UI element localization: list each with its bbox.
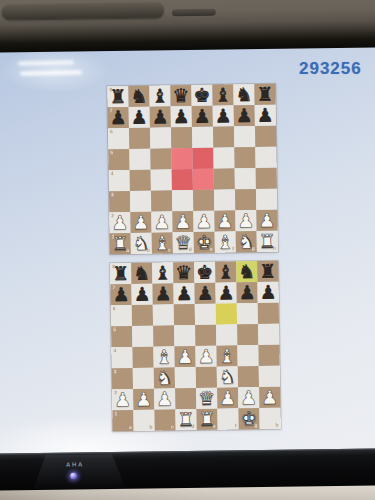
square-a3[interactable]: 3 <box>109 191 130 212</box>
square-c4[interactable]: ♝ <box>153 346 174 367</box>
rank-label-7: 7 <box>110 108 113 113</box>
rank-label-2: 2 <box>114 390 117 395</box>
square-c6[interactable] <box>153 304 174 325</box>
white-pawn[interactable]: ♟ <box>174 212 191 231</box>
square-g8[interactable]: ♞ <box>233 84 254 105</box>
rank-label-1: 1 <box>114 411 117 416</box>
square-h3[interactable] <box>259 366 280 387</box>
white-pawn[interactable]: ♟ <box>135 390 152 409</box>
square-c2[interactable]: ♟ <box>151 211 172 232</box>
black-pawn[interactable]: ♟ <box>173 107 190 126</box>
square-f5[interactable] <box>216 324 237 345</box>
black-knight[interactable]: ♞ <box>133 264 150 283</box>
square-d3[interactable] <box>175 367 196 388</box>
black-rook[interactable]: ♜ <box>256 85 273 104</box>
square-g6[interactable] <box>234 126 255 147</box>
white-pawn[interactable]: ♟ <box>153 212 170 231</box>
square-d7[interactable]: ♟ <box>171 106 192 127</box>
square-e7[interactable]: ♟ <box>194 283 215 304</box>
square-d8[interactable]: ♛ <box>170 85 191 106</box>
square-a1[interactable]: 1a <box>112 410 133 431</box>
square-g4[interactable] <box>237 345 258 366</box>
square-e5[interactable] <box>192 148 213 169</box>
black-bishop[interactable]: ♝ <box>151 86 168 105</box>
wall-rail-segment <box>172 9 216 17</box>
square-b7[interactable]: ♟ <box>129 107 150 128</box>
square-b1[interactable]: b♞ <box>131 233 152 254</box>
square-a8[interactable]: 8♜ <box>110 263 131 284</box>
square-b6[interactable] <box>129 128 150 149</box>
file-label-e: e <box>210 247 213 252</box>
square-d8[interactable]: ♛ <box>173 262 194 283</box>
black-pawn[interactable]: ♟ <box>152 107 169 126</box>
square-e2[interactable]: ♟ <box>193 211 214 232</box>
square-f6[interactable] <box>216 303 237 324</box>
black-pawn[interactable]: ♟ <box>196 284 213 303</box>
chessboard-bottom: 8♜♞♝♛♚♝♞♜7♟♟♟♟♟♟♟♟654♝♟♟♝3♞♞2♟♟♟♛♟♟♟1abc… <box>110 261 281 432</box>
square-g3[interactable] <box>238 366 259 387</box>
square-a2[interactable]: 2♟ <box>112 389 133 410</box>
square-e6[interactable] <box>192 127 213 148</box>
black-knight[interactable]: ♞ <box>235 85 252 104</box>
white-pawn[interactable]: ♟ <box>195 212 212 231</box>
square-d1[interactable]: d♜ <box>175 409 196 430</box>
white-pawn[interactable]: ♟ <box>219 388 236 407</box>
white-queen[interactable]: ♛ <box>198 389 215 408</box>
square-a2[interactable]: 2♟ <box>109 212 130 233</box>
square-e5[interactable] <box>195 325 216 346</box>
square-d3[interactable] <box>172 190 193 211</box>
square-h8[interactable]: ♜ <box>257 261 278 282</box>
square-d1[interactable]: d♛ <box>173 232 194 253</box>
square-b2[interactable]: ♟ <box>130 212 151 233</box>
square-b3[interactable] <box>133 368 154 389</box>
square-a6[interactable]: 6 <box>108 128 129 149</box>
square-h2[interactable]: ♟ <box>256 210 277 231</box>
square-c7[interactable]: ♟ <box>150 106 171 127</box>
session-code: 293256 <box>299 59 362 79</box>
rank-label-8: 8 <box>112 264 115 269</box>
rank-label-3: 3 <box>114 369 117 374</box>
square-h5[interactable] <box>258 324 279 345</box>
rank-label-3: 3 <box>111 192 114 197</box>
square-a1[interactable]: 1a♜ <box>110 233 131 254</box>
white-pawn[interactable]: ♟ <box>197 347 214 366</box>
square-e2[interactable]: ♛ <box>196 388 217 409</box>
top-wall-band <box>0 0 375 53</box>
square-b4[interactable] <box>132 347 153 368</box>
black-pawn[interactable]: ♟ <box>154 284 171 303</box>
square-a6[interactable]: 6 <box>111 305 132 326</box>
white-pawn[interactable]: ♟ <box>216 211 233 230</box>
file-label-d: d <box>192 424 195 429</box>
square-c8[interactable]: ♝ <box>152 262 173 283</box>
square-c4[interactable] <box>151 169 172 190</box>
black-pawn[interactable]: ♟ <box>215 106 232 125</box>
square-h4[interactable] <box>258 345 279 366</box>
square-c1[interactable]: c♝ <box>152 232 173 253</box>
square-f3[interactable] <box>214 189 235 210</box>
square-b5[interactable] <box>129 149 150 170</box>
rank-label-4: 4 <box>111 171 114 176</box>
square-e6[interactable] <box>195 304 216 325</box>
file-label-h: h <box>273 246 276 251</box>
black-queen[interactable]: ♛ <box>175 263 192 282</box>
square-g3[interactable] <box>235 189 256 210</box>
rank-label-6: 6 <box>113 306 116 311</box>
square-c6[interactable] <box>150 127 171 148</box>
square-f2[interactable]: ♟ <box>214 210 235 231</box>
square-d4[interactable] <box>172 169 193 190</box>
black-pawn[interactable]: ♟ <box>238 283 255 302</box>
black-pawn[interactable]: ♟ <box>259 283 276 302</box>
white-pawn[interactable]: ♟ <box>261 388 278 407</box>
square-g2[interactable]: ♟ <box>238 387 259 408</box>
square-a4[interactable]: 4 <box>111 347 132 368</box>
square-g1[interactable]: g♞ <box>236 231 257 252</box>
square-b7[interactable]: ♟ <box>131 284 152 305</box>
square-g5[interactable] <box>237 324 258 345</box>
chessboards-container: 8♜♞♝♛♚♝♞♜7♟♟♟♟♟♟♟♟65432♟♟♟♟♟♟♟♟1a♜b♞c♝d♛… <box>107 84 280 432</box>
square-f1[interactable]: f <box>217 408 238 429</box>
square-b6[interactable] <box>132 305 153 326</box>
square-h4[interactable] <box>256 168 277 189</box>
square-d6[interactable] <box>171 127 192 148</box>
square-d5[interactable] <box>171 148 192 169</box>
rank-label-8: 8 <box>109 87 112 92</box>
black-pawn[interactable]: ♟ <box>175 284 192 303</box>
square-c8[interactable]: ♝ <box>149 85 170 106</box>
square-c5[interactable] <box>153 325 174 346</box>
white-pawn[interactable]: ♟ <box>237 211 254 230</box>
black-rook[interactable]: ♜ <box>259 262 276 281</box>
square-c2[interactable]: ♟ <box>154 388 175 409</box>
square-g8[interactable]: ♞ <box>236 261 257 282</box>
square-f4[interactable] <box>214 168 235 189</box>
square-e8[interactable]: ♚ <box>191 85 212 106</box>
square-a7[interactable]: 7♟ <box>110 284 131 305</box>
square-b8[interactable]: ♞ <box>131 263 152 284</box>
file-label-h: h <box>276 423 279 428</box>
square-h8[interactable]: ♜ <box>254 84 275 105</box>
square-b1[interactable]: b <box>133 410 154 431</box>
file-label-e: e <box>213 424 216 429</box>
square-f7[interactable]: ♟ <box>213 105 234 126</box>
square-g7[interactable]: ♟ <box>234 105 255 126</box>
rank-label-7: 7 <box>112 285 115 290</box>
square-h5[interactable] <box>255 147 276 168</box>
black-pawn[interactable]: ♟ <box>217 283 234 302</box>
black-queen[interactable]: ♛ <box>172 86 189 105</box>
black-pawn[interactable]: ♟ <box>194 107 211 126</box>
square-b4[interactable] <box>130 170 151 191</box>
square-h2[interactable]: ♟ <box>259 387 280 408</box>
square-d2[interactable] <box>175 388 196 409</box>
square-c7[interactable]: ♟ <box>152 283 173 304</box>
white-knight[interactable]: ♞ <box>156 368 173 387</box>
square-f2[interactable]: ♟ <box>217 387 238 408</box>
square-d6[interactable] <box>174 304 195 325</box>
square-b8[interactable]: ♞ <box>128 86 149 107</box>
rank-label-5: 5 <box>113 327 116 332</box>
square-f7[interactable]: ♟ <box>215 282 236 303</box>
black-pawn[interactable]: ♟ <box>236 106 253 125</box>
rank-label-2: 2 <box>111 213 114 218</box>
square-f8[interactable]: ♝ <box>212 84 233 105</box>
square-g2[interactable]: ♟ <box>235 210 256 231</box>
square-b5[interactable] <box>132 326 153 347</box>
square-f5[interactable] <box>213 147 234 168</box>
black-bishop[interactable]: ♝ <box>154 263 171 282</box>
wall-rail <box>2 2 164 19</box>
square-h1[interactable]: h♜ <box>257 231 278 252</box>
power-led-light <box>70 473 77 480</box>
square-f1[interactable]: f♝ <box>215 231 236 252</box>
black-king[interactable]: ♚ <box>193 86 210 105</box>
square-e1[interactable]: e♚ <box>194 232 215 253</box>
file-label-c: c <box>171 424 174 429</box>
square-e3[interactable] <box>196 367 217 388</box>
white-bishop[interactable]: ♝ <box>218 346 235 365</box>
rank-label-6: 6 <box>110 129 113 134</box>
white-pawn[interactable]: ♟ <box>156 389 173 408</box>
file-label-a: a <box>126 248 129 253</box>
square-a5[interactable]: 5 <box>108 149 129 170</box>
square-d4[interactable]: ♟ <box>174 346 195 367</box>
square-h7[interactable]: ♟ <box>255 105 276 126</box>
white-pawn[interactable]: ♟ <box>176 347 193 366</box>
black-bishop[interactable]: ♝ <box>217 262 234 281</box>
panel-photo: 293256 8♜♞♝♛♚♝♞♜7♟♟♟♟♟♟♟♟65432♟♟♟♟♟♟♟♟1a… <box>0 0 375 500</box>
square-h7[interactable]: ♟ <box>257 282 278 303</box>
square-a5[interactable]: 5 <box>111 326 132 347</box>
speaker-notch <box>33 454 125 489</box>
square-g7[interactable]: ♟ <box>236 282 257 303</box>
rank-label-4: 4 <box>113 348 116 353</box>
black-pawn[interactable]: ♟ <box>257 106 274 125</box>
black-knight[interactable]: ♞ <box>238 262 255 281</box>
file-label-b: b <box>150 425 153 430</box>
square-c1[interactable]: c <box>154 409 175 430</box>
square-a4[interactable]: 4 <box>109 170 130 191</box>
square-h6[interactable] <box>255 126 276 147</box>
white-bishop[interactable]: ♝ <box>155 347 172 366</box>
square-e4[interactable] <box>193 169 214 190</box>
square-e3[interactable] <box>193 190 214 211</box>
file-label-a: a <box>129 425 132 430</box>
file-label-c: c <box>168 247 171 252</box>
rank-label-5: 5 <box>110 150 113 155</box>
square-d5[interactable] <box>174 325 195 346</box>
square-g4[interactable] <box>235 168 256 189</box>
black-pawn[interactable]: ♟ <box>131 108 148 127</box>
black-knight[interactable]: ♞ <box>130 87 147 106</box>
file-label-g: g <box>255 423 258 428</box>
square-e8[interactable]: ♚ <box>194 262 215 283</box>
square-e1[interactable]: e♜ <box>196 409 217 430</box>
file-label-g: g <box>252 246 255 251</box>
square-f8[interactable]: ♝ <box>215 261 236 282</box>
bottom-bezel: AHA <box>0 448 375 491</box>
black-bishop[interactable]: ♝ <box>214 85 231 104</box>
file-label-f: f <box>232 246 234 251</box>
square-c3[interactable]: ♞ <box>154 367 175 388</box>
square-b3[interactable] <box>130 191 151 212</box>
file-label-d: d <box>189 247 192 252</box>
square-e7[interactable]: ♟ <box>192 106 213 127</box>
square-b2[interactable]: ♟ <box>133 389 154 410</box>
chessboard-top: 8♜♞♝♛♚♝♞♜7♟♟♟♟♟♟♟♟65432♟♟♟♟♟♟♟♟1a♜b♞c♝d♛… <box>107 84 278 255</box>
file-label-f: f <box>235 423 237 428</box>
square-a7[interactable]: 7♟ <box>108 107 129 128</box>
square-f4[interactable]: ♝ <box>216 345 237 366</box>
square-h1[interactable]: h <box>259 408 280 429</box>
square-c3[interactable] <box>151 190 172 211</box>
white-pawn[interactable]: ♟ <box>258 211 275 230</box>
square-h3[interactable] <box>256 189 277 210</box>
square-g1[interactable]: g♚ <box>238 408 259 429</box>
square-d2[interactable]: ♟ <box>172 211 193 232</box>
file-label-b: b <box>147 248 150 253</box>
white-pawn[interactable]: ♟ <box>240 388 257 407</box>
square-e4[interactable]: ♟ <box>195 346 216 367</box>
square-f3[interactable]: ♞ <box>217 366 238 387</box>
display-screen: 293256 8♜♞♝♛♚♝♞♜7♟♟♟♟♟♟♟♟65432♟♟♟♟♟♟♟♟1a… <box>0 0 375 500</box>
square-f6[interactable] <box>213 126 234 147</box>
square-g6[interactable] <box>237 303 258 324</box>
square-a3[interactable]: 3 <box>112 368 133 389</box>
black-king[interactable]: ♚ <box>196 263 213 282</box>
square-c5[interactable] <box>150 148 171 169</box>
square-a8[interactable]: 8♜ <box>107 86 128 107</box>
brand-label: AHA <box>66 461 84 467</box>
square-h6[interactable] <box>258 303 279 324</box>
square-d7[interactable]: ♟ <box>173 283 194 304</box>
white-knight[interactable]: ♞ <box>219 367 236 386</box>
square-g5[interactable] <box>234 147 255 168</box>
black-pawn[interactable]: ♟ <box>133 285 150 304</box>
white-pawn[interactable]: ♟ <box>132 213 149 232</box>
rank-label-1: 1 <box>112 234 115 239</box>
